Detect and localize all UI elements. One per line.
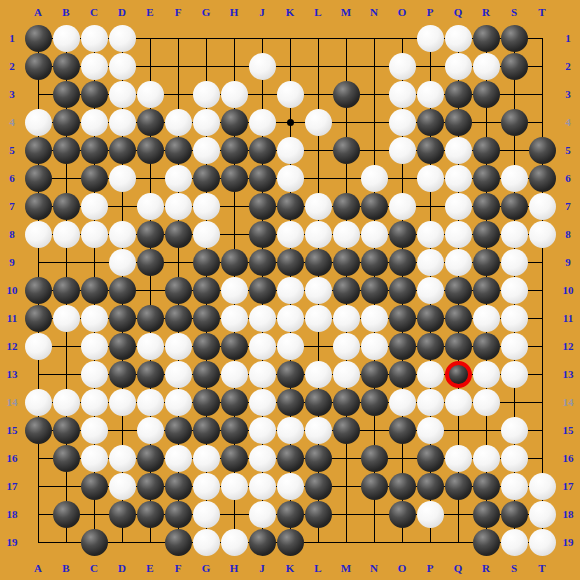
intersection-K8[interactable] — [276, 220, 304, 248]
intersection-O8[interactable] — [388, 220, 416, 248]
intersection-C17[interactable] — [80, 472, 108, 500]
intersection-A14[interactable] — [24, 388, 52, 416]
intersection-S8[interactable] — [500, 220, 528, 248]
intersection-R2[interactable] — [472, 52, 500, 80]
intersection-E9[interactable] — [136, 248, 164, 276]
intersection-A16[interactable] — [24, 444, 52, 472]
intersection-G7[interactable] — [192, 192, 220, 220]
intersection-E1[interactable] — [136, 24, 164, 52]
intersection-O14[interactable] — [388, 388, 416, 416]
intersection-O11[interactable] — [388, 304, 416, 332]
intersection-J19[interactable] — [248, 528, 276, 556]
intersection-C2[interactable] — [80, 52, 108, 80]
intersection-H2[interactable] — [220, 52, 248, 80]
intersection-L9[interactable] — [304, 248, 332, 276]
intersection-D10[interactable] — [108, 276, 136, 304]
intersection-P8[interactable] — [416, 220, 444, 248]
intersection-C10[interactable] — [80, 276, 108, 304]
intersection-R17[interactable] — [472, 472, 500, 500]
intersection-T13[interactable] — [528, 360, 556, 388]
intersection-Q9[interactable] — [444, 248, 472, 276]
intersection-B19[interactable] — [52, 528, 80, 556]
intersection-B10[interactable] — [52, 276, 80, 304]
intersection-S12[interactable] — [500, 332, 528, 360]
intersection-B18[interactable] — [52, 500, 80, 528]
intersection-B2[interactable] — [52, 52, 80, 80]
intersection-K3[interactable] — [276, 80, 304, 108]
intersection-D16[interactable] — [108, 444, 136, 472]
intersection-D15[interactable] — [108, 416, 136, 444]
intersection-G8[interactable] — [192, 220, 220, 248]
intersection-S7[interactable] — [500, 192, 528, 220]
intersection-R18[interactable] — [472, 500, 500, 528]
intersection-E18[interactable] — [136, 500, 164, 528]
intersection-N18[interactable] — [360, 500, 388, 528]
intersection-J12[interactable] — [248, 332, 276, 360]
intersection-P1[interactable] — [416, 24, 444, 52]
intersection-N5[interactable] — [360, 136, 388, 164]
intersection-E19[interactable] — [136, 528, 164, 556]
intersection-S16[interactable] — [500, 444, 528, 472]
intersection-M13[interactable] — [332, 360, 360, 388]
intersection-T16[interactable] — [528, 444, 556, 472]
intersection-A4[interactable] — [24, 108, 52, 136]
intersection-F11[interactable] — [164, 304, 192, 332]
intersection-A6[interactable] — [24, 164, 52, 192]
intersection-D17[interactable] — [108, 472, 136, 500]
intersection-R10[interactable] — [472, 276, 500, 304]
intersection-M14[interactable] — [332, 388, 360, 416]
intersection-S10[interactable] — [500, 276, 528, 304]
intersection-H16[interactable] — [220, 444, 248, 472]
intersection-G4[interactable] — [192, 108, 220, 136]
intersection-L11[interactable] — [304, 304, 332, 332]
intersection-L16[interactable] — [304, 444, 332, 472]
intersection-K12[interactable] — [276, 332, 304, 360]
intersection-Q17[interactable] — [444, 472, 472, 500]
intersection-D1[interactable] — [108, 24, 136, 52]
intersection-N14[interactable] — [360, 388, 388, 416]
intersection-M18[interactable] — [332, 500, 360, 528]
intersection-F14[interactable] — [164, 388, 192, 416]
intersection-J16[interactable] — [248, 444, 276, 472]
intersection-D12[interactable] — [108, 332, 136, 360]
intersection-G9[interactable] — [192, 248, 220, 276]
intersection-N2[interactable] — [360, 52, 388, 80]
intersection-O18[interactable] — [388, 500, 416, 528]
intersection-K4[interactable] — [276, 108, 304, 136]
intersection-R15[interactable] — [472, 416, 500, 444]
intersection-C14[interactable] — [80, 388, 108, 416]
intersection-P10[interactable] — [416, 276, 444, 304]
intersection-D2[interactable] — [108, 52, 136, 80]
intersection-H5[interactable] — [220, 136, 248, 164]
intersection-T5[interactable] — [528, 136, 556, 164]
intersection-K14[interactable] — [276, 388, 304, 416]
intersection-H18[interactable] — [220, 500, 248, 528]
intersection-O1[interactable] — [388, 24, 416, 52]
intersection-J13[interactable] — [248, 360, 276, 388]
intersection-E2[interactable] — [136, 52, 164, 80]
intersection-J3[interactable] — [248, 80, 276, 108]
intersection-O4[interactable] — [388, 108, 416, 136]
intersection-Q6[interactable] — [444, 164, 472, 192]
intersection-T6[interactable] — [528, 164, 556, 192]
intersection-N1[interactable] — [360, 24, 388, 52]
intersection-T14[interactable] — [528, 388, 556, 416]
intersection-Q3[interactable] — [444, 80, 472, 108]
intersection-K15[interactable] — [276, 416, 304, 444]
intersection-A5[interactable] — [24, 136, 52, 164]
intersection-F5[interactable] — [164, 136, 192, 164]
intersection-F1[interactable] — [164, 24, 192, 52]
intersection-E13[interactable] — [136, 360, 164, 388]
intersection-R8[interactable] — [472, 220, 500, 248]
intersection-N11[interactable] — [360, 304, 388, 332]
intersection-K11[interactable] — [276, 304, 304, 332]
intersection-H8[interactable] — [220, 220, 248, 248]
intersection-D4[interactable] — [108, 108, 136, 136]
intersection-S18[interactable] — [500, 500, 528, 528]
intersection-A12[interactable] — [24, 332, 52, 360]
intersection-P12[interactable] — [416, 332, 444, 360]
intersection-A8[interactable] — [24, 220, 52, 248]
intersection-S5[interactable] — [500, 136, 528, 164]
intersection-F4[interactable] — [164, 108, 192, 136]
intersection-G11[interactable] — [192, 304, 220, 332]
intersection-T12[interactable] — [528, 332, 556, 360]
intersection-T7[interactable] — [528, 192, 556, 220]
intersection-C1[interactable] — [80, 24, 108, 52]
intersection-C15[interactable] — [80, 416, 108, 444]
intersection-R5[interactable] — [472, 136, 500, 164]
intersection-C12[interactable] — [80, 332, 108, 360]
intersection-P7[interactable] — [416, 192, 444, 220]
intersection-A10[interactable] — [24, 276, 52, 304]
intersection-E14[interactable] — [136, 388, 164, 416]
intersection-D8[interactable] — [108, 220, 136, 248]
intersection-K13[interactable] — [276, 360, 304, 388]
intersection-K10[interactable] — [276, 276, 304, 304]
intersection-C13[interactable] — [80, 360, 108, 388]
intersection-K9[interactable] — [276, 248, 304, 276]
intersection-K5[interactable] — [276, 136, 304, 164]
intersection-H19[interactable] — [220, 528, 248, 556]
intersection-C7[interactable] — [80, 192, 108, 220]
intersection-Q11[interactable] — [444, 304, 472, 332]
intersection-T4[interactable] — [528, 108, 556, 136]
intersection-F2[interactable] — [164, 52, 192, 80]
intersection-T15[interactable] — [528, 416, 556, 444]
intersection-N6[interactable] — [360, 164, 388, 192]
intersection-D13[interactable] — [108, 360, 136, 388]
intersection-H4[interactable] — [220, 108, 248, 136]
intersection-L17[interactable] — [304, 472, 332, 500]
intersection-E5[interactable] — [136, 136, 164, 164]
intersection-P5[interactable] — [416, 136, 444, 164]
intersection-E8[interactable] — [136, 220, 164, 248]
intersection-H15[interactable] — [220, 416, 248, 444]
intersection-O15[interactable] — [388, 416, 416, 444]
intersection-G1[interactable] — [192, 24, 220, 52]
intersection-O2[interactable] — [388, 52, 416, 80]
intersection-P9[interactable] — [416, 248, 444, 276]
intersection-P3[interactable] — [416, 80, 444, 108]
intersection-R9[interactable] — [472, 248, 500, 276]
intersection-M9[interactable] — [332, 248, 360, 276]
intersection-Q10[interactable] — [444, 276, 472, 304]
intersection-B14[interactable] — [52, 388, 80, 416]
intersection-T1[interactable] — [528, 24, 556, 52]
intersection-C11[interactable] — [80, 304, 108, 332]
intersection-M5[interactable] — [332, 136, 360, 164]
intersection-O3[interactable] — [388, 80, 416, 108]
intersection-L1[interactable] — [304, 24, 332, 52]
intersection-J10[interactable] — [248, 276, 276, 304]
intersection-F16[interactable] — [164, 444, 192, 472]
intersection-R19[interactable] — [472, 528, 500, 556]
intersection-C16[interactable] — [80, 444, 108, 472]
intersection-M11[interactable] — [332, 304, 360, 332]
intersection-S11[interactable] — [500, 304, 528, 332]
intersection-C9[interactable] — [80, 248, 108, 276]
intersection-F10[interactable] — [164, 276, 192, 304]
intersection-K6[interactable] — [276, 164, 304, 192]
intersection-D11[interactable] — [108, 304, 136, 332]
intersection-L12[interactable] — [304, 332, 332, 360]
intersection-H12[interactable] — [220, 332, 248, 360]
intersection-M3[interactable] — [332, 80, 360, 108]
intersection-S9[interactable] — [500, 248, 528, 276]
intersection-F13[interactable] — [164, 360, 192, 388]
intersection-P18[interactable] — [416, 500, 444, 528]
intersection-L10[interactable] — [304, 276, 332, 304]
intersection-H1[interactable] — [220, 24, 248, 52]
intersection-H7[interactable] — [220, 192, 248, 220]
intersection-N15[interactable] — [360, 416, 388, 444]
intersection-G16[interactable] — [192, 444, 220, 472]
intersection-K18[interactable] — [276, 500, 304, 528]
intersection-A1[interactable] — [24, 24, 52, 52]
intersection-B7[interactable] — [52, 192, 80, 220]
intersection-P13[interactable] — [416, 360, 444, 388]
intersection-R6[interactable] — [472, 164, 500, 192]
intersection-N8[interactable] — [360, 220, 388, 248]
intersection-L2[interactable] — [304, 52, 332, 80]
intersection-T11[interactable] — [528, 304, 556, 332]
intersection-G10[interactable] — [192, 276, 220, 304]
intersection-M12[interactable] — [332, 332, 360, 360]
intersection-L8[interactable] — [304, 220, 332, 248]
intersection-M10[interactable] — [332, 276, 360, 304]
intersection-D18[interactable] — [108, 500, 136, 528]
intersection-S6[interactable] — [500, 164, 528, 192]
intersection-J6[interactable] — [248, 164, 276, 192]
intersection-L6[interactable] — [304, 164, 332, 192]
intersection-D3[interactable] — [108, 80, 136, 108]
intersection-D7[interactable] — [108, 192, 136, 220]
intersection-F8[interactable] — [164, 220, 192, 248]
intersection-J15[interactable] — [248, 416, 276, 444]
intersection-D6[interactable] — [108, 164, 136, 192]
intersection-Q12[interactable] — [444, 332, 472, 360]
intersection-E3[interactable] — [136, 80, 164, 108]
intersection-P6[interactable] — [416, 164, 444, 192]
intersection-G19[interactable] — [192, 528, 220, 556]
intersection-E12[interactable] — [136, 332, 164, 360]
intersection-E10[interactable] — [136, 276, 164, 304]
intersection-O13[interactable] — [388, 360, 416, 388]
intersection-Q14[interactable] — [444, 388, 472, 416]
intersection-E17[interactable] — [136, 472, 164, 500]
intersection-D9[interactable] — [108, 248, 136, 276]
intersection-G12[interactable] — [192, 332, 220, 360]
intersection-Q15[interactable] — [444, 416, 472, 444]
intersection-N17[interactable] — [360, 472, 388, 500]
intersection-N12[interactable] — [360, 332, 388, 360]
intersection-J7[interactable] — [248, 192, 276, 220]
intersection-A19[interactable] — [24, 528, 52, 556]
intersection-L14[interactable] — [304, 388, 332, 416]
intersection-O17[interactable] — [388, 472, 416, 500]
intersection-G15[interactable] — [192, 416, 220, 444]
intersection-C18[interactable] — [80, 500, 108, 528]
intersection-Q19[interactable] — [444, 528, 472, 556]
intersection-R14[interactable] — [472, 388, 500, 416]
intersection-S19[interactable] — [500, 528, 528, 556]
intersection-H10[interactable] — [220, 276, 248, 304]
intersection-N7[interactable] — [360, 192, 388, 220]
intersection-H17[interactable] — [220, 472, 248, 500]
intersection-E7[interactable] — [136, 192, 164, 220]
intersection-H6[interactable] — [220, 164, 248, 192]
intersection-Q1[interactable] — [444, 24, 472, 52]
intersection-C19[interactable] — [80, 528, 108, 556]
intersection-B16[interactable] — [52, 444, 80, 472]
intersection-K16[interactable] — [276, 444, 304, 472]
intersection-M16[interactable] — [332, 444, 360, 472]
intersection-L19[interactable] — [304, 528, 332, 556]
intersection-Q8[interactable] — [444, 220, 472, 248]
intersection-K7[interactable] — [276, 192, 304, 220]
intersection-L4[interactable] — [304, 108, 332, 136]
intersection-B17[interactable] — [52, 472, 80, 500]
intersection-L15[interactable] — [304, 416, 332, 444]
intersection-M1[interactable] — [332, 24, 360, 52]
intersection-F17[interactable] — [164, 472, 192, 500]
intersection-S14[interactable] — [500, 388, 528, 416]
intersection-C6[interactable] — [80, 164, 108, 192]
intersection-T2[interactable] — [528, 52, 556, 80]
intersection-P15[interactable] — [416, 416, 444, 444]
intersection-L5[interactable] — [304, 136, 332, 164]
intersection-C4[interactable] — [80, 108, 108, 136]
intersection-T18[interactable] — [528, 500, 556, 528]
intersection-S1[interactable] — [500, 24, 528, 52]
intersection-N10[interactable] — [360, 276, 388, 304]
intersection-M15[interactable] — [332, 416, 360, 444]
intersection-M8[interactable] — [332, 220, 360, 248]
intersection-R12[interactable] — [472, 332, 500, 360]
intersection-E16[interactable] — [136, 444, 164, 472]
intersection-L7[interactable] — [304, 192, 332, 220]
intersection-J11[interactable] — [248, 304, 276, 332]
intersection-P19[interactable] — [416, 528, 444, 556]
intersection-O7[interactable] — [388, 192, 416, 220]
intersection-G3[interactable] — [192, 80, 220, 108]
intersection-S15[interactable] — [500, 416, 528, 444]
intersection-G5[interactable] — [192, 136, 220, 164]
intersection-M17[interactable] — [332, 472, 360, 500]
intersection-P16[interactable] — [416, 444, 444, 472]
intersection-T9[interactable] — [528, 248, 556, 276]
intersection-F18[interactable] — [164, 500, 192, 528]
intersection-O16[interactable] — [388, 444, 416, 472]
intersection-F6[interactable] — [164, 164, 192, 192]
intersection-D19[interactable] — [108, 528, 136, 556]
intersection-J9[interactable] — [248, 248, 276, 276]
intersection-S3[interactable] — [500, 80, 528, 108]
intersection-N3[interactable] — [360, 80, 388, 108]
intersection-B9[interactable] — [52, 248, 80, 276]
intersection-S2[interactable] — [500, 52, 528, 80]
intersection-P17[interactable] — [416, 472, 444, 500]
intersection-A15[interactable] — [24, 416, 52, 444]
intersection-H14[interactable] — [220, 388, 248, 416]
intersection-R4[interactable] — [472, 108, 500, 136]
intersection-L13[interactable] — [304, 360, 332, 388]
intersection-A2[interactable] — [24, 52, 52, 80]
intersection-J8[interactable] — [248, 220, 276, 248]
intersection-J4[interactable] — [248, 108, 276, 136]
intersection-N19[interactable] — [360, 528, 388, 556]
intersection-B13[interactable] — [52, 360, 80, 388]
intersection-R13[interactable] — [472, 360, 500, 388]
intersection-O5[interactable] — [388, 136, 416, 164]
intersection-F9[interactable] — [164, 248, 192, 276]
intersection-D5[interactable] — [108, 136, 136, 164]
intersection-O10[interactable] — [388, 276, 416, 304]
intersection-Q18[interactable] — [444, 500, 472, 528]
intersection-J5[interactable] — [248, 136, 276, 164]
intersection-J18[interactable] — [248, 500, 276, 528]
intersection-J17[interactable] — [248, 472, 276, 500]
intersection-O19[interactable] — [388, 528, 416, 556]
intersection-M6[interactable] — [332, 164, 360, 192]
intersection-D14[interactable] — [108, 388, 136, 416]
intersection-J14[interactable] — [248, 388, 276, 416]
intersection-F19[interactable] — [164, 528, 192, 556]
intersection-N4[interactable] — [360, 108, 388, 136]
intersection-B1[interactable] — [52, 24, 80, 52]
intersection-G13[interactable] — [192, 360, 220, 388]
intersection-G2[interactable] — [192, 52, 220, 80]
intersection-N9[interactable] — [360, 248, 388, 276]
intersection-M2[interactable] — [332, 52, 360, 80]
intersection-T3[interactable] — [528, 80, 556, 108]
intersection-Q5[interactable] — [444, 136, 472, 164]
intersection-L3[interactable] — [304, 80, 332, 108]
intersection-P14[interactable] — [416, 388, 444, 416]
intersection-R7[interactable] — [472, 192, 500, 220]
intersection-Q7[interactable] — [444, 192, 472, 220]
intersection-B15[interactable] — [52, 416, 80, 444]
intersection-B5[interactable] — [52, 136, 80, 164]
intersection-M7[interactable] — [332, 192, 360, 220]
intersection-A7[interactable] — [24, 192, 52, 220]
intersection-F7[interactable] — [164, 192, 192, 220]
intersection-G14[interactable] — [192, 388, 220, 416]
